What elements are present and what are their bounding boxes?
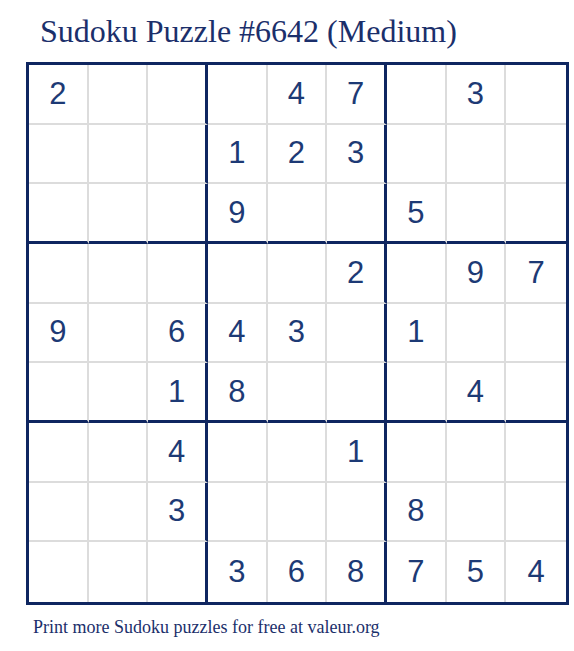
cell-r6c4: 8 <box>208 363 268 423</box>
cell-r7c9 <box>506 423 566 483</box>
cell-r2c9 <box>506 125 566 185</box>
cell-r6c6 <box>327 363 387 423</box>
cell-r1c3 <box>148 65 208 125</box>
cell-r5c7: 1 <box>387 304 447 364</box>
cell-r7c7 <box>387 423 447 483</box>
cell-r1c6: 7 <box>327 65 387 125</box>
cell-r2c2 <box>89 125 149 185</box>
cell-r3c7: 5 <box>387 184 447 244</box>
cell-r9c5: 6 <box>268 542 328 602</box>
cell-r3c9 <box>506 184 566 244</box>
cell-r6c5 <box>268 363 328 423</box>
cell-r6c9 <box>506 363 566 423</box>
cell-r4c9: 7 <box>506 244 566 304</box>
cell-r4c3 <box>148 244 208 304</box>
cell-r4c7 <box>387 244 447 304</box>
cell-r1c8: 3 <box>447 65 507 125</box>
page: Sudoku Puzzle #6642 (Medium) 24731239529… <box>0 0 574 651</box>
cell-r1c7 <box>387 65 447 125</box>
cell-r2c8 <box>447 125 507 185</box>
cell-r3c6 <box>327 184 387 244</box>
cell-r4c6: 2 <box>327 244 387 304</box>
cell-r1c4 <box>208 65 268 125</box>
cell-r4c5 <box>268 244 328 304</box>
sudoku-grid: 247312395297964311844138368754 <box>26 62 569 605</box>
cell-r7c4 <box>208 423 268 483</box>
cell-r1c5: 4 <box>268 65 328 125</box>
cell-r7c3: 4 <box>148 423 208 483</box>
cell-r5c2 <box>89 304 149 364</box>
cell-r5c8 <box>447 304 507 364</box>
cell-r3c5 <box>268 184 328 244</box>
puzzle-title: Sudoku Puzzle #6642 (Medium) <box>40 15 457 47</box>
cell-r6c2 <box>89 363 149 423</box>
cell-r6c7 <box>387 363 447 423</box>
cell-r5c1: 9 <box>29 304 89 364</box>
cell-r7c2 <box>89 423 149 483</box>
cell-r6c8: 4 <box>447 363 507 423</box>
cell-r3c8 <box>447 184 507 244</box>
cell-r3c1 <box>29 184 89 244</box>
cell-r8c3: 3 <box>148 483 208 543</box>
cell-r7c5 <box>268 423 328 483</box>
cell-r8c6 <box>327 483 387 543</box>
cell-r9c8: 5 <box>447 542 507 602</box>
cell-r6c1 <box>29 363 89 423</box>
cell-r9c9: 4 <box>506 542 566 602</box>
cell-r5c6 <box>327 304 387 364</box>
cell-r9c7: 7 <box>387 542 447 602</box>
cell-r2c1 <box>29 125 89 185</box>
cell-r8c2 <box>89 483 149 543</box>
cell-r6c3: 1 <box>148 363 208 423</box>
cell-r8c5 <box>268 483 328 543</box>
cell-r9c4: 3 <box>208 542 268 602</box>
cell-r9c1 <box>29 542 89 602</box>
cell-r5c3: 6 <box>148 304 208 364</box>
cell-r4c2 <box>89 244 149 304</box>
cell-r7c8 <box>447 423 507 483</box>
cell-r5c4: 4 <box>208 304 268 364</box>
cell-r4c1 <box>29 244 89 304</box>
cell-r3c3 <box>148 184 208 244</box>
cell-r2c3 <box>148 125 208 185</box>
cell-r5c9 <box>506 304 566 364</box>
cell-r2c5: 2 <box>268 125 328 185</box>
cell-r1c2 <box>89 65 149 125</box>
cell-r8c7: 8 <box>387 483 447 543</box>
cell-r7c1 <box>29 423 89 483</box>
cell-r3c2 <box>89 184 149 244</box>
cell-r2c7 <box>387 125 447 185</box>
cell-r2c4: 1 <box>208 125 268 185</box>
cell-r7c6: 1 <box>327 423 387 483</box>
cell-r8c4 <box>208 483 268 543</box>
cell-r2c6: 3 <box>327 125 387 185</box>
cell-r4c4 <box>208 244 268 304</box>
cell-r5c5: 3 <box>268 304 328 364</box>
cell-r1c1: 2 <box>29 65 89 125</box>
cell-r9c6: 8 <box>327 542 387 602</box>
cell-r8c9 <box>506 483 566 543</box>
cell-r1c9 <box>506 65 566 125</box>
footer-note: Print more Sudoku puzzles for free at va… <box>33 617 380 639</box>
cell-r4c8: 9 <box>447 244 507 304</box>
cell-r3c4: 9 <box>208 184 268 244</box>
cell-r9c2 <box>89 542 149 602</box>
cell-r8c8 <box>447 483 507 543</box>
cell-r9c3 <box>148 542 208 602</box>
cell-r8c1 <box>29 483 89 543</box>
